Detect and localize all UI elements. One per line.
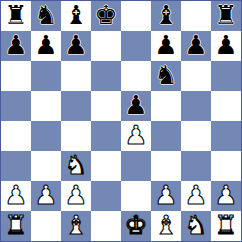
square-h5[interactable] xyxy=(211,91,241,121)
square-h1[interactable]: ♜ xyxy=(211,211,241,241)
square-h2[interactable]: ♟ xyxy=(211,181,241,211)
chess-board: ♜♞♝♚♝♜♟♟♟♟♟♟♞♟♟♞♟♟♟♟♟♟♜♝♚♝♞♜ xyxy=(0,0,242,242)
square-d6[interactable] xyxy=(91,61,121,91)
square-c2[interactable]: ♟ xyxy=(61,181,91,211)
square-a8[interactable]: ♜ xyxy=(1,1,31,31)
square-g7[interactable]: ♟ xyxy=(181,31,211,61)
square-a4[interactable] xyxy=(1,121,31,151)
square-f3[interactable] xyxy=(151,151,181,181)
square-e5[interactable]: ♟ xyxy=(121,91,151,121)
black-king: ♚ xyxy=(94,1,117,30)
black-pawn: ♟ xyxy=(34,31,57,60)
square-g3[interactable] xyxy=(181,151,211,181)
square-g6[interactable] xyxy=(181,61,211,91)
square-c5[interactable] xyxy=(61,91,91,121)
square-b4[interactable] xyxy=(31,121,61,151)
square-e4[interactable]: ♟ xyxy=(121,121,151,151)
square-a6[interactable] xyxy=(1,61,31,91)
white-knight: ♞ xyxy=(184,211,207,240)
square-f5[interactable] xyxy=(151,91,181,121)
black-knight: ♞ xyxy=(154,61,177,90)
square-g1[interactable]: ♞ xyxy=(181,211,211,241)
black-bishop: ♝ xyxy=(154,1,177,30)
square-e7[interactable] xyxy=(121,31,151,61)
square-d7[interactable] xyxy=(91,31,121,61)
black-rook: ♜ xyxy=(4,1,27,30)
square-f6[interactable]: ♞ xyxy=(151,61,181,91)
square-d2[interactable] xyxy=(91,181,121,211)
white-pawn: ♟ xyxy=(184,181,207,210)
black-pawn: ♟ xyxy=(214,31,237,60)
square-h4[interactable] xyxy=(211,121,241,151)
square-b7[interactable]: ♟ xyxy=(31,31,61,61)
square-b2[interactable]: ♟ xyxy=(31,181,61,211)
square-b1[interactable] xyxy=(31,211,61,241)
square-c3[interactable]: ♞ xyxy=(61,151,91,181)
black-pawn: ♟ xyxy=(64,31,87,60)
square-a7[interactable]: ♟ xyxy=(1,31,31,61)
white-knight: ♞ xyxy=(64,151,87,180)
black-pawn: ♟ xyxy=(184,31,207,60)
black-knight: ♞ xyxy=(34,1,57,30)
square-c1[interactable]: ♝ xyxy=(61,211,91,241)
square-c7[interactable]: ♟ xyxy=(61,31,91,61)
square-b8[interactable]: ♞ xyxy=(31,1,61,31)
square-h7[interactable]: ♟ xyxy=(211,31,241,61)
black-pawn: ♟ xyxy=(124,91,147,120)
square-e3[interactable] xyxy=(121,151,151,181)
square-c8[interactable]: ♝ xyxy=(61,1,91,31)
square-h8[interactable]: ♜ xyxy=(211,1,241,31)
white-pawn: ♟ xyxy=(214,181,237,210)
square-d1[interactable] xyxy=(91,211,121,241)
square-e2[interactable] xyxy=(121,181,151,211)
white-king: ♚ xyxy=(124,211,147,240)
black-pawn: ♟ xyxy=(4,31,27,60)
square-e1[interactable]: ♚ xyxy=(121,211,151,241)
square-d3[interactable] xyxy=(91,151,121,181)
white-pawn: ♟ xyxy=(124,121,147,150)
square-g4[interactable] xyxy=(181,121,211,151)
square-f2[interactable]: ♟ xyxy=(151,181,181,211)
square-g5[interactable] xyxy=(181,91,211,121)
square-c4[interactable] xyxy=(61,121,91,151)
square-f7[interactable]: ♟ xyxy=(151,31,181,61)
square-f1[interactable]: ♝ xyxy=(151,211,181,241)
white-bishop: ♝ xyxy=(154,211,177,240)
square-h6[interactable] xyxy=(211,61,241,91)
square-e6[interactable] xyxy=(121,61,151,91)
square-d5[interactable] xyxy=(91,91,121,121)
black-pawn: ♟ xyxy=(154,31,177,60)
square-b3[interactable] xyxy=(31,151,61,181)
black-rook: ♜ xyxy=(214,1,237,30)
square-a2[interactable]: ♟ xyxy=(1,181,31,211)
square-d8[interactable]: ♚ xyxy=(91,1,121,31)
square-h3[interactable] xyxy=(211,151,241,181)
square-a3[interactable] xyxy=(1,151,31,181)
black-bishop: ♝ xyxy=(64,1,87,30)
square-b6[interactable] xyxy=(31,61,61,91)
square-a5[interactable] xyxy=(1,91,31,121)
square-b5[interactable] xyxy=(31,91,61,121)
white-rook: ♜ xyxy=(214,211,237,240)
square-g8[interactable] xyxy=(181,1,211,31)
white-bishop: ♝ xyxy=(64,211,87,240)
white-pawn: ♟ xyxy=(4,181,27,210)
white-rook: ♜ xyxy=(4,211,27,240)
square-c6[interactable] xyxy=(61,61,91,91)
white-pawn: ♟ xyxy=(154,181,177,210)
square-f4[interactable] xyxy=(151,121,181,151)
square-a1[interactable]: ♜ xyxy=(1,211,31,241)
white-pawn: ♟ xyxy=(64,181,87,210)
square-g2[interactable]: ♟ xyxy=(181,181,211,211)
square-e8[interactable] xyxy=(121,1,151,31)
square-d4[interactable] xyxy=(91,121,121,151)
white-pawn: ♟ xyxy=(34,181,57,210)
square-f8[interactable]: ♝ xyxy=(151,1,181,31)
